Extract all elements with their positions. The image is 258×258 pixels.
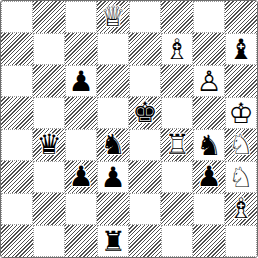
square-h6[interactable]	[225, 65, 257, 97]
square-g1[interactable]	[193, 225, 225, 257]
white-piece-outline-glyph: ♔	[226, 98, 256, 128]
square-c6[interactable]: ♟	[65, 65, 97, 97]
piece-bP-d3[interactable]: ♟	[98, 162, 128, 192]
white-piece-outline-glyph: ♗	[162, 34, 192, 64]
white-piece-outline-glyph: ♖	[161, 129, 193, 161]
square-a7[interactable]	[1, 33, 33, 65]
square-e1[interactable]	[129, 225, 161, 257]
white-piece-outline-glyph: ♗	[225, 193, 257, 225]
square-h1[interactable]	[225, 225, 257, 257]
square-b8[interactable]	[33, 1, 65, 33]
square-c2[interactable]	[65, 193, 97, 225]
piece-bK-e5[interactable]: ♚	[129, 97, 161, 129]
square-d5[interactable]	[97, 97, 129, 129]
piece-bB-h7[interactable]: ♝	[226, 34, 256, 64]
square-a1[interactable]	[1, 225, 33, 257]
piece-bR-d1[interactable]: ♜	[98, 226, 128, 256]
square-e3[interactable]	[129, 161, 161, 193]
square-c3[interactable]: ♟	[65, 161, 97, 193]
piece-wQ-d8[interactable]: ♛♕	[97, 1, 129, 33]
piece-wN-h4[interactable]: ♞♘	[225, 129, 257, 161]
piece-wB-h2[interactable]: ♝♗	[225, 193, 257, 225]
square-b5[interactable]	[33, 97, 65, 129]
square-d8[interactable]: ♛♕	[97, 1, 129, 33]
square-c8[interactable]	[65, 1, 97, 33]
square-b1[interactable]	[33, 225, 65, 257]
square-h7[interactable]: ♝	[225, 33, 257, 65]
square-a2[interactable]	[1, 193, 33, 225]
square-b7[interactable]	[33, 33, 65, 65]
square-d1[interactable]: ♜	[97, 225, 129, 257]
square-d4[interactable]: ♞	[97, 129, 129, 161]
square-f6[interactable]	[161, 65, 193, 97]
square-a6[interactable]	[1, 65, 33, 97]
square-g2[interactable]	[193, 193, 225, 225]
square-e2[interactable]	[129, 193, 161, 225]
white-piece-outline-glyph: ♘	[225, 129, 257, 161]
square-h3[interactable]: ♞♘	[225, 161, 257, 193]
piece-bP-c6[interactable]: ♟	[66, 66, 96, 96]
square-e5[interactable]: ♚	[129, 97, 161, 129]
piece-wK-h5[interactable]: ♚♔	[226, 98, 256, 128]
square-a8[interactable]	[1, 1, 33, 33]
square-d7[interactable]	[97, 33, 129, 65]
chess-diagram: ♛♕♝♗♝♟♟♙♚♚♔♛♞♜♖♞♞♘♟♟♟♞♘♝♗♜	[0, 0, 258, 258]
square-b2[interactable]	[33, 193, 65, 225]
square-f7[interactable]: ♝♗	[161, 33, 193, 65]
square-b4[interactable]: ♛	[33, 129, 65, 161]
white-piece-outline-glyph: ♘	[226, 162, 256, 192]
square-a3[interactable]	[1, 161, 33, 193]
piece-bP-c3[interactable]: ♟	[65, 161, 97, 193]
square-c7[interactable]	[65, 33, 97, 65]
square-c4[interactable]	[65, 129, 97, 161]
square-f3[interactable]	[161, 161, 193, 193]
square-g7[interactable]	[193, 33, 225, 65]
white-piece-outline-glyph: ♕	[97, 1, 129, 33]
square-e6[interactable]	[129, 65, 161, 97]
square-f1[interactable]	[161, 225, 193, 257]
piece-bQ-b4[interactable]: ♛	[33, 129, 65, 161]
square-a4[interactable]	[1, 129, 33, 161]
square-b3[interactable]	[33, 161, 65, 193]
piece-bN-d4[interactable]: ♞	[97, 129, 129, 161]
square-e7[interactable]	[129, 33, 161, 65]
square-g8[interactable]	[193, 1, 225, 33]
square-h2[interactable]: ♝♗	[225, 193, 257, 225]
square-h8[interactable]	[225, 1, 257, 33]
square-a5[interactable]	[1, 97, 33, 129]
square-g5[interactable]	[193, 97, 225, 129]
square-g3[interactable]: ♟	[193, 161, 225, 193]
square-g4[interactable]: ♞	[193, 129, 225, 161]
square-b6[interactable]	[33, 65, 65, 97]
square-h5[interactable]: ♚♔	[225, 97, 257, 129]
square-c5[interactable]	[65, 97, 97, 129]
piece-wN-h3[interactable]: ♞♘	[226, 162, 256, 192]
square-e8[interactable]	[129, 1, 161, 33]
square-d3[interactable]: ♟	[97, 161, 129, 193]
white-piece-outline-glyph: ♙	[194, 66, 224, 96]
square-c1[interactable]	[65, 225, 97, 257]
piece-wR-f4[interactable]: ♜♖	[161, 129, 193, 161]
square-f2[interactable]	[161, 193, 193, 225]
square-e4[interactable]	[129, 129, 161, 161]
piece-wP-g6[interactable]: ♟♙	[194, 66, 224, 96]
chess-board[interactable]: ♛♕♝♗♝♟♟♙♚♚♔♛♞♜♖♞♞♘♟♟♟♞♘♝♗♜	[0, 0, 258, 258]
square-d6[interactable]	[97, 65, 129, 97]
square-d2[interactable]	[97, 193, 129, 225]
piece-bN-g4[interactable]: ♞	[194, 130, 224, 160]
square-f5[interactable]	[161, 97, 193, 129]
piece-wB-f7[interactable]: ♝♗	[162, 34, 192, 64]
piece-bP-g3[interactable]: ♟	[193, 161, 225, 193]
square-h4[interactable]: ♞♘	[225, 129, 257, 161]
square-f4[interactable]: ♜♖	[161, 129, 193, 161]
square-g6[interactable]: ♟♙	[193, 65, 225, 97]
square-f8[interactable]	[161, 1, 193, 33]
